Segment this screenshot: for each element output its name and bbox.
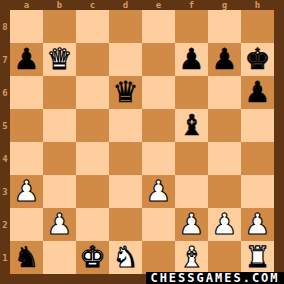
- black-pawn-icon[interactable]: ♟: [179, 43, 205, 76]
- square-f7[interactable]: ♟: [175, 43, 208, 76]
- square-a4[interactable]: [10, 142, 43, 175]
- square-d7[interactable]: [109, 43, 142, 76]
- black-king-icon[interactable]: ♚: [245, 43, 271, 76]
- square-b7[interactable]: ♛: [43, 43, 76, 76]
- square-g8[interactable]: [208, 10, 241, 43]
- black-pawn-icon[interactable]: ♟: [212, 43, 238, 76]
- square-g3[interactable]: [208, 175, 241, 208]
- black-bishop-icon[interactable]: ♝: [179, 109, 205, 142]
- square-e6[interactable]: [142, 76, 175, 109]
- black-pawn-icon[interactable]: ♟: [245, 76, 271, 109]
- chess-board: ♟♛♟♟♚♛♟♝♟♟♟♟♟♟♞♚♞♝♜: [10, 10, 274, 274]
- square-g7[interactable]: ♟: [208, 43, 241, 76]
- white-pawn-icon[interactable]: ♟: [14, 175, 40, 208]
- square-h6[interactable]: ♟: [241, 76, 274, 109]
- square-f6[interactable]: [175, 76, 208, 109]
- square-f4[interactable]: [175, 142, 208, 175]
- square-d3[interactable]: [109, 175, 142, 208]
- rank-label-1: 1: [0, 241, 10, 274]
- square-a3[interactable]: ♟: [10, 175, 43, 208]
- square-d5[interactable]: [109, 109, 142, 142]
- rank-label-6: 6: [0, 76, 10, 109]
- square-d1[interactable]: ♞: [109, 241, 142, 274]
- file-label-e: e: [142, 0, 175, 10]
- square-g5[interactable]: [208, 109, 241, 142]
- square-d8[interactable]: [109, 10, 142, 43]
- rank-labels: 87654321: [0, 10, 10, 274]
- square-a8[interactable]: [10, 10, 43, 43]
- white-rook-icon[interactable]: ♜: [245, 241, 271, 274]
- square-c2[interactable]: [76, 208, 109, 241]
- file-label-g: g: [208, 0, 241, 10]
- white-pawn-icon[interactable]: ♟: [212, 208, 238, 241]
- site-credit-bar: CHESSGAMES.COM: [146, 272, 284, 284]
- square-c5[interactable]: [76, 109, 109, 142]
- rank-label-8: 8: [0, 10, 10, 43]
- square-b6[interactable]: [43, 76, 76, 109]
- square-d6[interactable]: ♛: [109, 76, 142, 109]
- square-f1[interactable]: ♝: [175, 241, 208, 274]
- rank-label-2: 2: [0, 208, 10, 241]
- square-g6[interactable]: [208, 76, 241, 109]
- square-h7[interactable]: ♚: [241, 43, 274, 76]
- square-h5[interactable]: [241, 109, 274, 142]
- square-b5[interactable]: [43, 109, 76, 142]
- file-label-d: d: [109, 0, 142, 10]
- white-pawn-icon[interactable]: ♟: [146, 175, 172, 208]
- square-h3[interactable]: [241, 175, 274, 208]
- rank-label-7: 7: [0, 43, 10, 76]
- rank-label-3: 3: [0, 175, 10, 208]
- chess-board-frame: abcdefgh 87654321 ♟♛♟♟♚♛♟♝♟♟♟♟♟♟♞♚♞♝♜ CH…: [0, 0, 284, 284]
- square-b2[interactable]: ♟: [43, 208, 76, 241]
- white-pawn-icon[interactable]: ♟: [245, 208, 271, 241]
- square-e4[interactable]: [142, 142, 175, 175]
- square-h4[interactable]: [241, 142, 274, 175]
- file-label-a: a: [10, 0, 43, 10]
- white-queen-icon[interactable]: ♛: [47, 43, 73, 76]
- white-knight-icon[interactable]: ♞: [113, 241, 139, 274]
- square-f5[interactable]: ♝: [175, 109, 208, 142]
- square-f3[interactable]: [175, 175, 208, 208]
- square-a5[interactable]: [10, 109, 43, 142]
- square-a2[interactable]: [10, 208, 43, 241]
- square-g2[interactable]: ♟: [208, 208, 241, 241]
- square-e1[interactable]: [142, 241, 175, 274]
- file-label-c: c: [76, 0, 109, 10]
- square-c3[interactable]: [76, 175, 109, 208]
- black-knight-icon[interactable]: ♞: [14, 241, 40, 274]
- square-b8[interactable]: [43, 10, 76, 43]
- square-e8[interactable]: [142, 10, 175, 43]
- square-b3[interactable]: [43, 175, 76, 208]
- square-a6[interactable]: [10, 76, 43, 109]
- square-e5[interactable]: [142, 109, 175, 142]
- square-b4[interactable]: [43, 142, 76, 175]
- square-e7[interactable]: [142, 43, 175, 76]
- black-pawn-icon[interactable]: ♟: [14, 43, 40, 76]
- square-c4[interactable]: [76, 142, 109, 175]
- square-h2[interactable]: ♟: [241, 208, 274, 241]
- square-b1[interactable]: [43, 241, 76, 274]
- square-h8[interactable]: [241, 10, 274, 43]
- white-king-icon[interactable]: ♚: [80, 241, 106, 274]
- square-e3[interactable]: ♟: [142, 175, 175, 208]
- square-f8[interactable]: [175, 10, 208, 43]
- square-a1[interactable]: ♞: [10, 241, 43, 274]
- white-pawn-icon[interactable]: ♟: [47, 208, 73, 241]
- square-c8[interactable]: [76, 10, 109, 43]
- square-c7[interactable]: [76, 43, 109, 76]
- file-labels: abcdefgh: [10, 0, 274, 10]
- square-a7[interactable]: ♟: [10, 43, 43, 76]
- file-label-b: b: [43, 0, 76, 10]
- square-f2[interactable]: ♟: [175, 208, 208, 241]
- rank-label-4: 4: [0, 142, 10, 175]
- white-bishop-icon[interactable]: ♝: [179, 241, 205, 274]
- rank-label-5: 5: [0, 109, 10, 142]
- square-e2[interactable]: [142, 208, 175, 241]
- square-g4[interactable]: [208, 142, 241, 175]
- square-d4[interactable]: [109, 142, 142, 175]
- square-c1[interactable]: ♚: [76, 241, 109, 274]
- file-label-h: h: [241, 0, 274, 10]
- site-credit-text: CHESSGAMES.COM: [150, 271, 279, 284]
- square-g1[interactable]: [208, 241, 241, 274]
- square-d2[interactable]: [109, 208, 142, 241]
- square-h1[interactable]: ♜: [241, 241, 274, 274]
- square-c6[interactable]: [76, 76, 109, 109]
- file-label-f: f: [175, 0, 208, 10]
- black-queen-icon[interactable]: ♛: [113, 76, 139, 109]
- white-pawn-icon[interactable]: ♟: [179, 208, 205, 241]
